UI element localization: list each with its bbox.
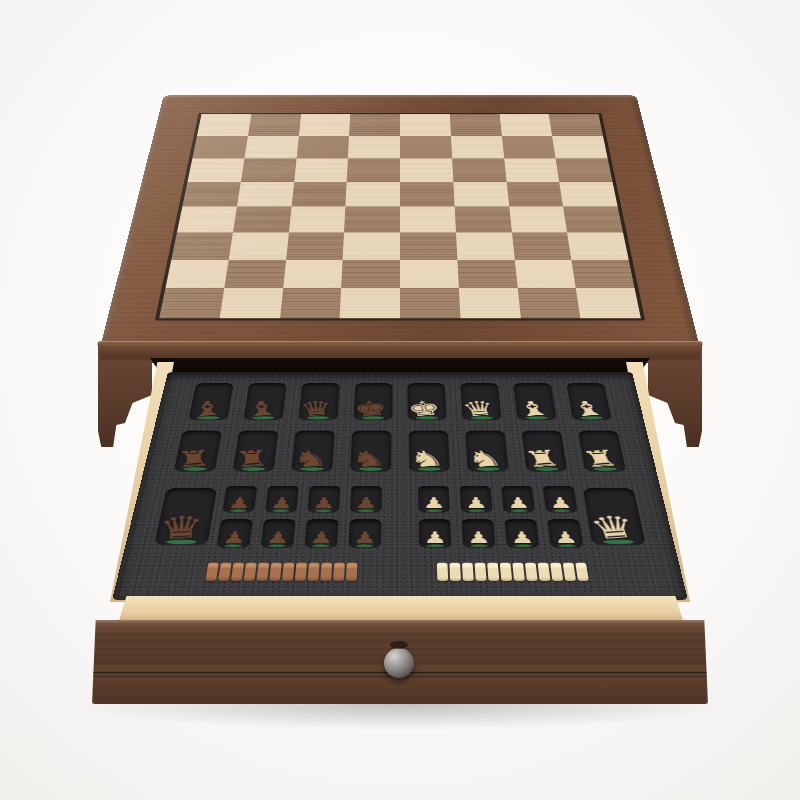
- chess-piece-dark-king[interactable]: ♚: [349, 397, 392, 420]
- pawn-group-dark: ♟♟♟♟: [222, 486, 382, 513]
- board-square-b7[interactable]: [244, 136, 298, 158]
- pawn-column: ♟♟♟♟♟♟♟♟ ♟♟♟♟♟♟♟♟: [217, 486, 584, 548]
- board-square-g6[interactable]: [504, 158, 560, 182]
- chess-piece-light-pawn[interactable]: ♟: [549, 530, 584, 546]
- tray-slot-light-pawn: ♟: [460, 486, 493, 513]
- checker-disc-light[interactable]: [487, 563, 499, 581]
- board-square-a2[interactable]: [165, 260, 228, 289]
- pawn-group-light: ♟♟♟♟: [419, 519, 584, 548]
- tray-slot-dark-pawn: ♟: [350, 486, 382, 513]
- tray-slot-dark-pawn: ♟: [217, 519, 253, 548]
- chess-piece-light-pawn[interactable]: ♟: [502, 496, 535, 511]
- tray-slot-light-bishop: ♝: [513, 383, 556, 420]
- chess-piece-dark-queen-spare[interactable]: ♛: [154, 511, 208, 545]
- board-square-d4[interactable]: [344, 206, 400, 232]
- checkers-light-group: [437, 563, 589, 581]
- chess-piece-dark-queen[interactable]: ♛: [295, 397, 337, 420]
- tray-slot-dark-king: ♚: [353, 383, 392, 420]
- chess-piece-dark-bishop[interactable]: ♝: [241, 397, 282, 420]
- tray-slot-dark-bishop: ♝: [188, 383, 233, 420]
- chess-piece-light-pawn[interactable]: ♟: [460, 496, 492, 511]
- checker-disc-dark[interactable]: [231, 563, 244, 581]
- tray-end-left: ♛: [154, 488, 217, 546]
- chess-piece-light-rook[interactable]: ♜: [576, 446, 625, 471]
- tray-slot-dark-pawn: ♟: [260, 519, 295, 548]
- board-square-f8[interactable]: [450, 114, 502, 135]
- tray-end-right: ♛: [583, 488, 646, 546]
- chess-piece-light-queen-spare[interactable]: ♛: [582, 511, 645, 545]
- board-square-h8[interactable]: [549, 114, 603, 135]
- chess-piece-dark-pawn[interactable]: ♟: [348, 530, 381, 546]
- foam-tray: ♝♝♛♚♚♛♝♝ ♜♜♞♞♞♞♜♜ ♛ ♟♟♟♟♟♟♟♟ ♟♟♟♟♟♟♟♟ ♛: [112, 372, 688, 600]
- checker-disc-light[interactable]: [449, 563, 461, 581]
- board-square-d8[interactable]: [349, 114, 400, 135]
- board-square-c8[interactable]: [299, 114, 351, 135]
- drawer-front-rim: [118, 596, 684, 624]
- board-square-a4[interactable]: [177, 206, 237, 232]
- tray-slot-dark-pawn: ♟: [307, 486, 340, 513]
- board-square-c2[interactable]: [283, 260, 343, 289]
- board-square-b4[interactable]: [233, 206, 291, 232]
- board-square-g5[interactable]: [506, 182, 563, 207]
- chess-piece-dark-pawn[interactable]: ♟: [261, 530, 295, 546]
- tray-slot-dark-pawn: ♟: [222, 486, 257, 513]
- board-square-f1[interactable]: [459, 288, 521, 318]
- board-square-e8[interactable]: [400, 114, 451, 135]
- chess-piece-dark-pawn[interactable]: ♟: [265, 496, 298, 511]
- board-square-e1[interactable]: [400, 288, 460, 318]
- tray-slot-dark-pawn: ♟: [304, 519, 338, 548]
- checker-disc-light[interactable]: [525, 563, 538, 581]
- pawn-row-bottom: ♟♟♟♟♟♟♟♟: [217, 519, 584, 548]
- chess-piece-light-queen[interactable]: ♛: [457, 397, 502, 420]
- checker-disc-light[interactable]: [563, 563, 576, 581]
- chess-piece-dark-knight[interactable]: ♞: [346, 446, 391, 471]
- board-square-d3[interactable]: [343, 232, 400, 259]
- tray-layout: ♝♝♛♚♚♛♝♝ ♜♜♞♞♞♞♜♜ ♛ ♟♟♟♟♟♟♟♟ ♟♟♟♟♟♟♟♟ ♛: [112, 372, 688, 600]
- tray-slot-light-rook: ♜: [578, 431, 626, 472]
- checker-disc-dark[interactable]: [269, 563, 282, 581]
- board-square-c1[interactable]: [280, 288, 342, 318]
- board-square-f3[interactable]: [456, 232, 515, 259]
- chess-piece-light-bishop[interactable]: ♝: [564, 397, 610, 420]
- tray-slot-light-rook: ♜: [522, 431, 568, 472]
- board-square-c6[interactable]: [294, 158, 348, 182]
- checker-disc-light[interactable]: [512, 563, 525, 581]
- tray-slot-dark-queen: ♛: [298, 383, 339, 420]
- board-frame: [100, 95, 700, 348]
- board-square-f4[interactable]: [454, 206, 511, 232]
- tray-slot-light-pawn: ♟: [501, 486, 535, 513]
- chess-piece-dark-pawn[interactable]: ♟: [223, 496, 256, 511]
- chess-piece-light-knight[interactable]: ♞: [461, 446, 508, 471]
- checker-disc-dark[interactable]: [218, 563, 232, 581]
- board-square-a5[interactable]: [182, 182, 240, 207]
- drawer-knob[interactable]: [384, 648, 414, 678]
- board-square-g4[interactable]: [509, 206, 567, 232]
- tray-slot-light-pawn: ♟: [543, 486, 578, 513]
- tray-slot-light-knight: ♞: [409, 431, 450, 472]
- checker-disc-light[interactable]: [437, 563, 448, 581]
- drawer-front[interactable]: [92, 620, 708, 704]
- tray-slot-light-knight: ♞: [465, 431, 509, 472]
- board-square-d6[interactable]: [347, 158, 400, 182]
- tray-slot-dark-pawn: ♟: [265, 486, 299, 513]
- board-square-b8[interactable]: [248, 114, 301, 135]
- tray-slot-dark-knight: ♞: [350, 431, 391, 472]
- board-square-e2[interactable]: [400, 260, 459, 289]
- board-square-h7[interactable]: [552, 136, 607, 158]
- tray-slot-light-queen: ♛: [461, 383, 502, 420]
- board-square-g1[interactable]: [517, 288, 580, 318]
- checker-disc-dark[interactable]: [333, 563, 345, 581]
- board-square-c3[interactable]: [286, 232, 345, 259]
- checker-disc-light[interactable]: [575, 563, 589, 581]
- checker-disc-dark[interactable]: [346, 563, 358, 581]
- checker-disc-dark[interactable]: [244, 563, 257, 581]
- tray-slot-dark-knight: ♞: [291, 431, 335, 472]
- tray-slot-dark-rook: ♜: [174, 431, 222, 472]
- chess-piece-dark-pawn[interactable]: ♟: [305, 530, 338, 546]
- board-square-a7[interactable]: [192, 136, 247, 158]
- board-square-f5[interactable]: [453, 182, 509, 207]
- tray-slot-light-pawn: ♟: [418, 486, 450, 513]
- board-square-h1[interactable]: [576, 288, 641, 318]
- checker-disc-dark[interactable]: [256, 563, 269, 581]
- board-square-h5[interactable]: [559, 182, 617, 207]
- tray-slot-light-pawn: ♟: [461, 519, 495, 548]
- board-square-g3[interactable]: [512, 232, 572, 259]
- chess-piece-light-pawn[interactable]: ♟: [419, 530, 452, 546]
- chess-board: [100, 86, 700, 348]
- chess-piece-dark-bishop[interactable]: ♝: [188, 397, 228, 420]
- board-square-h2[interactable]: [571, 260, 634, 289]
- tray-slot-dark-rook: ♜: [233, 431, 279, 472]
- board-square-a3[interactable]: [171, 232, 232, 259]
- tray-slot-dark-pawn: ♟: [348, 519, 381, 548]
- board-square-a8[interactable]: [197, 114, 251, 135]
- board-square-e6[interactable]: [400, 158, 453, 182]
- tray-slot-light-pawn: ♟: [419, 519, 452, 548]
- pawn-group-light: ♟♟♟♟: [418, 486, 578, 513]
- board-square-b5[interactable]: [237, 182, 294, 207]
- board-square-b3[interactable]: [229, 232, 289, 259]
- board-square-b2[interactable]: [224, 260, 286, 289]
- board-square-f2[interactable]: [457, 260, 517, 289]
- board-square-b6[interactable]: [241, 158, 297, 182]
- board-square-g8[interactable]: [499, 114, 552, 135]
- checkers-dark-group: [205, 563, 357, 581]
- checker-disc-dark[interactable]: [295, 563, 307, 581]
- checker-disc-dark[interactable]: [205, 563, 219, 581]
- tray-slot-dark-bishop: ♝: [243, 383, 286, 420]
- tray-slot-light-bishop: ♝: [566, 383, 611, 420]
- board-square-a6[interactable]: [187, 158, 244, 182]
- tray-row-pawns: ♛ ♟♟♟♟♟♟♟♟ ♟♟♟♟♟♟♟♟ ♛: [153, 482, 648, 552]
- chess-piece-light-knight[interactable]: ♞: [404, 446, 450, 471]
- board-square-b1[interactable]: [219, 288, 282, 318]
- chess-piece-dark-rook[interactable]: ♜: [231, 446, 274, 471]
- tray-slot-light-queen: ♛: [583, 488, 646, 546]
- board-square-h6[interactable]: [556, 158, 613, 182]
- board-square-h4[interactable]: [563, 206, 623, 232]
- board-square-f6[interactable]: [452, 158, 506, 182]
- board-square-d7[interactable]: [348, 136, 400, 158]
- checker-disc-dark[interactable]: [308, 563, 320, 581]
- tray-row-rooks-knights: ♜♜♞♞♞♞♜♜: [174, 431, 627, 472]
- board-square-g7[interactable]: [501, 136, 555, 158]
- board-square-c7[interactable]: [296, 136, 349, 158]
- board-square-c5[interactable]: [291, 182, 347, 207]
- board-square-g2[interactable]: [514, 260, 576, 289]
- board-grid: [159, 114, 641, 318]
- board-square-f7[interactable]: [451, 136, 504, 158]
- chess-piece-dark-pawn[interactable]: ♟: [217, 530, 252, 546]
- board-square-e3[interactable]: [400, 232, 457, 259]
- checker-disc-dark[interactable]: [282, 563, 295, 581]
- checkers-row: [146, 563, 654, 581]
- chess-piece-light-pawn[interactable]: ♟: [544, 496, 577, 511]
- chess-piece-light-king[interactable]: ♚: [403, 397, 447, 420]
- tray-slot-dark-queen: ♛: [154, 488, 217, 546]
- board-square-e4[interactable]: [400, 206, 456, 232]
- board-square-d5[interactable]: [346, 182, 400, 207]
- chess-piece-dark-pawn[interactable]: ♟: [350, 496, 382, 511]
- board-square-e5[interactable]: [400, 182, 454, 207]
- chess-piece-light-pawn[interactable]: ♟: [462, 530, 495, 546]
- pawn-row-top: ♟♟♟♟♟♟♟♟: [222, 486, 577, 513]
- board-square-e7[interactable]: [400, 136, 452, 158]
- board-square-h3[interactable]: [567, 232, 628, 259]
- chess-piece-dark-knight[interactable]: ♞: [288, 446, 332, 471]
- checker-disc-dark[interactable]: [320, 563, 332, 581]
- pawn-group-dark: ♟♟♟♟: [217, 519, 382, 548]
- tray-slot-light-pawn: ♟: [547, 519, 583, 548]
- chess-piece-light-pawn[interactable]: ♟: [418, 496, 450, 511]
- tray-slot-light-pawn: ♟: [504, 519, 539, 548]
- chess-piece-dark-pawn[interactable]: ♟: [308, 496, 340, 511]
- checker-disc-light[interactable]: [537, 563, 550, 581]
- tray-row-majors: ♝♝♛♚♚♛♝♝: [188, 383, 612, 420]
- board-square-c4[interactable]: [288, 206, 345, 232]
- checker-disc-light[interactable]: [475, 563, 487, 581]
- chess-piece-dark-rook[interactable]: ♜: [173, 446, 215, 471]
- chess-piece-light-bishop[interactable]: ♝: [511, 397, 557, 420]
- chess-piece-light-rook[interactable]: ♜: [519, 446, 567, 471]
- board-square-d1[interactable]: [340, 288, 400, 318]
- board-square-d2[interactable]: [341, 260, 400, 289]
- tray-slot-light-king: ♚: [408, 383, 447, 420]
- checker-disc-light[interactable]: [462, 563, 474, 581]
- chess-piece-light-pawn[interactable]: ♟: [505, 530, 539, 546]
- chess-set-product-photo: ♝♝♛♚♚♛♝♝ ♜♜♞♞♞♞♜♜ ♛ ♟♟♟♟♟♟♟♟ ♟♟♟♟♟♟♟♟ ♛: [0, 0, 800, 800]
- checker-disc-light[interactable]: [500, 563, 512, 581]
- checker-disc-light[interactable]: [550, 563, 563, 581]
- board-square-a1[interactable]: [159, 288, 224, 318]
